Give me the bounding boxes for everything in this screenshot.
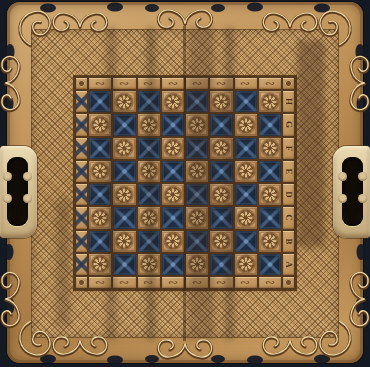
square-b2[interactable] — [112, 230, 136, 253]
square-c7[interactable] — [234, 206, 258, 229]
scroll-ornament-icon: ∾ — [234, 77, 258, 90]
square-a6[interactable] — [209, 253, 233, 276]
square-f8[interactable] — [258, 137, 282, 160]
rosette-icon — [165, 140, 181, 156]
rosette-icon — [165, 233, 181, 249]
square-b5[interactable] — [185, 230, 209, 253]
square-b6[interactable] — [209, 230, 233, 253]
square-g7[interactable] — [234, 113, 258, 136]
scroll-ornament-icon: ∾ — [209, 276, 233, 289]
rosette-icon — [213, 187, 229, 203]
scroll-ornament-icon: ∾ — [185, 276, 209, 289]
rosette-icon — [189, 163, 205, 179]
square-f7[interactable] — [234, 137, 258, 160]
left-handle-cutout — [7, 157, 28, 226]
square-e3[interactable] — [137, 160, 161, 183]
saltire-ornament-icon — [75, 230, 88, 253]
square-c5[interactable] — [185, 206, 209, 229]
rosette-icon — [116, 233, 132, 249]
rosette-icon — [262, 233, 278, 249]
rosette-icon — [116, 187, 132, 203]
square-f6[interactable] — [209, 137, 233, 160]
rosette-icon — [238, 163, 254, 179]
scroll-ornament-icon: ∾ — [112, 77, 136, 90]
right-handle-cutout — [342, 157, 363, 226]
scroll-ornament-icon: ∾ — [209, 77, 233, 90]
square-f5[interactable] — [185, 137, 209, 160]
scroll-ornament-icon: ∾ — [234, 276, 258, 289]
square-f3[interactable] — [137, 137, 161, 160]
rank-label-g: G — [282, 113, 295, 136]
rosette-icon — [92, 163, 108, 179]
square-c6[interactable] — [209, 206, 233, 229]
right-handle — [333, 146, 370, 238]
square-g2[interactable] — [112, 113, 136, 136]
square-b4[interactable] — [161, 230, 185, 253]
square-b8[interactable] — [258, 230, 282, 253]
rosette-icon — [238, 210, 254, 226]
square-a3[interactable] — [137, 253, 161, 276]
square-c4[interactable] — [161, 206, 185, 229]
square-a7[interactable] — [234, 253, 258, 276]
square-d8[interactable] — [258, 183, 282, 206]
scroll-ornament-icon: ∾ — [112, 276, 136, 289]
rank-label-d: D — [282, 183, 295, 206]
rosette-icon — [238, 117, 254, 133]
square-d7[interactable] — [234, 183, 258, 206]
rosette-icon — [92, 210, 108, 226]
rosette-icon — [141, 163, 157, 179]
scroll-ornament-icon: ∾ — [258, 276, 282, 289]
scroll-ornament-icon: ∾ — [137, 276, 161, 289]
square-d4[interactable] — [161, 183, 185, 206]
rosette-icon — [262, 94, 278, 110]
square-h6[interactable] — [209, 90, 233, 113]
square-d1[interactable] — [88, 183, 112, 206]
rosette-icon — [141, 256, 157, 272]
square-d5[interactable] — [185, 183, 209, 206]
rank-label-h: H — [282, 90, 295, 113]
square-d2[interactable] — [112, 183, 136, 206]
square-h4[interactable] — [161, 90, 185, 113]
square-d6[interactable] — [209, 183, 233, 206]
rosette-icon — [189, 117, 205, 133]
rosette-icon — [262, 187, 278, 203]
square-a2[interactable] — [112, 253, 136, 276]
square-g6[interactable] — [209, 113, 233, 136]
border-corner-rosette-icon — [75, 276, 88, 289]
square-b1[interactable] — [88, 230, 112, 253]
square-h3[interactable] — [137, 90, 161, 113]
square-h5[interactable] — [185, 90, 209, 113]
rosette-icon — [189, 256, 205, 272]
border-corner-rosette-icon — [75, 77, 88, 90]
saltire-ornament-icon — [75, 113, 88, 136]
square-f4[interactable] — [161, 137, 185, 160]
square-a5[interactable] — [185, 253, 209, 276]
square-a8[interactable] — [258, 253, 282, 276]
border-corner-rosette-icon — [282, 276, 295, 289]
scroll-ornament-icon: ∾ — [258, 77, 282, 90]
square-c8[interactable] — [258, 206, 282, 229]
square-c2[interactable] — [112, 206, 136, 229]
square-e1[interactable] — [88, 160, 112, 183]
rosette-icon — [189, 210, 205, 226]
scroll-ornament-icon: ∾ — [88, 276, 112, 289]
scroll-ornament-icon: ∾ — [185, 77, 209, 90]
square-f2[interactable] — [112, 137, 136, 160]
square-c3[interactable] — [137, 206, 161, 229]
square-e2[interactable] — [112, 160, 136, 183]
square-h8[interactable] — [258, 90, 282, 113]
saltire-ornament-icon — [75, 90, 88, 113]
rosette-icon — [141, 210, 157, 226]
square-b7[interactable] — [234, 230, 258, 253]
saltire-ornament-icon — [75, 137, 88, 160]
square-c1[interactable] — [88, 206, 112, 229]
board-grid: ∾∾∾∾∾∾∾∾HGFEDCBA∾∾∾∾∾∾∾∾ — [75, 77, 295, 289]
rank-label-b: B — [282, 230, 295, 253]
rosette-icon — [238, 256, 254, 272]
rosette-icon — [213, 233, 229, 249]
rosette-icon — [165, 94, 181, 110]
square-h2[interactable] — [112, 90, 136, 113]
saltire-ornament-icon — [75, 183, 88, 206]
square-e4[interactable] — [161, 160, 185, 183]
rosette-icon — [116, 140, 132, 156]
saltire-ornament-icon — [75, 160, 88, 183]
square-e6[interactable] — [209, 160, 233, 183]
rosette-icon — [141, 117, 157, 133]
rank-label-c: C — [282, 206, 295, 229]
square-g5[interactable] — [185, 113, 209, 136]
square-g8[interactable] — [258, 113, 282, 136]
scroll-ornament-icon: ∾ — [161, 276, 185, 289]
saltire-ornament-icon — [75, 253, 88, 276]
rosette-icon — [165, 187, 181, 203]
scroll-ornament-icon: ∾ — [88, 77, 112, 90]
square-f1[interactable] — [88, 137, 112, 160]
rank-label-e: E — [282, 160, 295, 183]
square-a1[interactable] — [88, 253, 112, 276]
left-handle — [0, 146, 37, 238]
rosette-icon — [213, 94, 229, 110]
saltire-ornament-icon — [75, 206, 88, 229]
rosette-icon — [213, 140, 229, 156]
border-corner-rosette-icon — [282, 77, 295, 90]
square-g1[interactable] — [88, 113, 112, 136]
scroll-ornament-icon: ∾ — [137, 77, 161, 90]
square-h7[interactable] — [234, 90, 258, 113]
square-e7[interactable] — [234, 160, 258, 183]
rosette-icon — [92, 256, 108, 272]
square-b3[interactable] — [137, 230, 161, 253]
square-e8[interactable] — [258, 160, 282, 183]
square-a4[interactable] — [161, 253, 185, 276]
square-g3[interactable] — [137, 113, 161, 136]
rosette-icon — [262, 140, 278, 156]
square-g4[interactable] — [161, 113, 185, 136]
rosette-icon — [92, 117, 108, 133]
rosette-icon — [116, 94, 132, 110]
square-d3[interactable] — [137, 183, 161, 206]
rank-label-a: A — [282, 253, 295, 276]
square-e5[interactable] — [185, 160, 209, 183]
carved-chess-board-photo: ∾∾∾∾∾∾∾∾HGFEDCBA∾∾∾∾∾∾∾∾ — [0, 0, 370, 367]
rank-label-f: F — [282, 137, 295, 160]
square-h1[interactable] — [88, 90, 112, 113]
scroll-ornament-icon: ∾ — [161, 77, 185, 90]
